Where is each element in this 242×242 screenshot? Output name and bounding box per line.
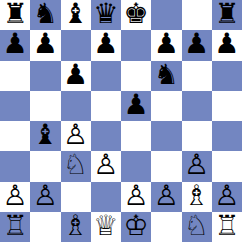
square-e7[interactable] xyxy=(121,30,151,60)
piece-white-king[interactable]: ♔ xyxy=(124,212,149,240)
square-h7[interactable]: ♟ xyxy=(212,30,242,60)
piece-black-pawn[interactable]: ♟ xyxy=(214,30,239,58)
square-c1[interactable]: ♗ xyxy=(61,212,91,242)
square-h6[interactable] xyxy=(212,61,242,91)
square-a8[interactable]: ♜ xyxy=(0,0,30,30)
square-e2[interactable]: ♙ xyxy=(121,182,151,212)
square-a1[interactable]: ♖ xyxy=(0,212,30,242)
piece-white-rook[interactable]: ♖ xyxy=(214,212,239,240)
piece-black-pawn[interactable]: ♟ xyxy=(3,30,28,58)
square-e8[interactable]: ♚ xyxy=(121,0,151,30)
square-b2[interactable]: ♙ xyxy=(30,182,60,212)
square-b4[interactable]: ♝ xyxy=(30,121,60,151)
chess-board: ♜♞♝♛♚♜♟♟♟♟♟♟♟♞♟♝♙♘♙♙♙♙♙♙♗♙♖♗♕♔♘♖ xyxy=(0,0,242,242)
square-d8[interactable]: ♛ xyxy=(91,0,121,30)
piece-black-pawn[interactable]: ♟ xyxy=(124,91,149,119)
piece-white-pawn[interactable]: ♙ xyxy=(3,182,28,210)
square-f1[interactable] xyxy=(151,212,181,242)
square-g3[interactable]: ♙ xyxy=(182,151,212,181)
square-b8[interactable]: ♞ xyxy=(30,0,60,30)
square-f6[interactable]: ♞ xyxy=(151,61,181,91)
piece-black-knight[interactable]: ♞ xyxy=(154,61,179,89)
piece-white-pawn[interactable]: ♙ xyxy=(184,151,209,179)
piece-black-pawn[interactable]: ♟ xyxy=(184,30,209,58)
piece-black-bishop[interactable]: ♝ xyxy=(63,0,88,28)
square-c4[interactable]: ♙ xyxy=(61,121,91,151)
square-f8[interactable] xyxy=(151,0,181,30)
square-g4[interactable] xyxy=(182,121,212,151)
piece-black-pawn[interactable]: ♟ xyxy=(63,61,88,89)
square-d1[interactable]: ♕ xyxy=(91,212,121,242)
square-c6[interactable]: ♟ xyxy=(61,61,91,91)
square-f4[interactable] xyxy=(151,121,181,151)
square-d4[interactable] xyxy=(91,121,121,151)
square-d2[interactable] xyxy=(91,182,121,212)
square-e3[interactable] xyxy=(121,151,151,181)
square-b1[interactable] xyxy=(30,212,60,242)
piece-white-bishop[interactable]: ♗ xyxy=(184,182,209,210)
chess-board-container: ♜♞♝♛♚♜♟♟♟♟♟♟♟♞♟♝♙♘♙♙♙♙♙♙♗♙♖♗♕♔♘♖ xyxy=(0,0,242,242)
piece-black-knight[interactable]: ♞ xyxy=(33,0,58,28)
square-g5[interactable] xyxy=(182,91,212,121)
piece-white-pawn[interactable]: ♙ xyxy=(214,182,239,210)
square-f2[interactable]: ♙ xyxy=(151,182,181,212)
piece-white-knight[interactable]: ♘ xyxy=(63,151,88,179)
piece-white-pawn[interactable]: ♙ xyxy=(33,182,58,210)
square-a3[interactable] xyxy=(0,151,30,181)
square-h4[interactable] xyxy=(212,121,242,151)
square-g2[interactable]: ♗ xyxy=(182,182,212,212)
piece-white-queen[interactable]: ♕ xyxy=(93,212,118,240)
square-d3[interactable]: ♙ xyxy=(91,151,121,181)
piece-black-pawn[interactable]: ♟ xyxy=(93,30,118,58)
piece-white-pawn[interactable]: ♙ xyxy=(63,121,88,149)
square-h3[interactable] xyxy=(212,151,242,181)
square-e5[interactable]: ♟ xyxy=(121,91,151,121)
square-e6[interactable] xyxy=(121,61,151,91)
square-c2[interactable] xyxy=(61,182,91,212)
square-d6[interactable] xyxy=(91,61,121,91)
square-f7[interactable]: ♟ xyxy=(151,30,181,60)
piece-white-pawn[interactable]: ♙ xyxy=(124,182,149,210)
square-a4[interactable] xyxy=(0,121,30,151)
square-d5[interactable] xyxy=(91,91,121,121)
piece-white-pawn[interactable]: ♙ xyxy=(93,151,118,179)
piece-black-king[interactable]: ♚ xyxy=(124,0,149,28)
square-b6[interactable] xyxy=(30,61,60,91)
square-b3[interactable] xyxy=(30,151,60,181)
square-d7[interactable]: ♟ xyxy=(91,30,121,60)
square-c5[interactable] xyxy=(61,91,91,121)
square-f5[interactable] xyxy=(151,91,181,121)
piece-white-knight[interactable]: ♘ xyxy=(184,212,209,240)
square-c8[interactable]: ♝ xyxy=(61,0,91,30)
square-a7[interactable]: ♟ xyxy=(0,30,30,60)
piece-white-rook[interactable]: ♖ xyxy=(3,212,28,240)
piece-black-queen[interactable]: ♛ xyxy=(93,0,118,28)
square-b7[interactable]: ♟ xyxy=(30,30,60,60)
square-e1[interactable]: ♔ xyxy=(121,212,151,242)
square-a2[interactable]: ♙ xyxy=(0,182,30,212)
square-c3[interactable]: ♘ xyxy=(61,151,91,181)
square-h2[interactable]: ♙ xyxy=(212,182,242,212)
square-b5[interactable] xyxy=(30,91,60,121)
square-g6[interactable] xyxy=(182,61,212,91)
square-a5[interactable] xyxy=(0,91,30,121)
square-h8[interactable]: ♜ xyxy=(212,0,242,30)
square-h1[interactable]: ♖ xyxy=(212,212,242,242)
piece-black-bishop[interactable]: ♝ xyxy=(33,121,58,149)
piece-black-pawn[interactable]: ♟ xyxy=(154,30,179,58)
piece-white-bishop[interactable]: ♗ xyxy=(63,212,88,240)
square-g1[interactable]: ♘ xyxy=(182,212,212,242)
square-e4[interactable] xyxy=(121,121,151,151)
square-c7[interactable] xyxy=(61,30,91,60)
square-g8[interactable] xyxy=(182,0,212,30)
square-a6[interactable] xyxy=(0,61,30,91)
piece-black-pawn[interactable]: ♟ xyxy=(33,30,58,58)
square-h5[interactable] xyxy=(212,91,242,121)
piece-black-rook[interactable]: ♜ xyxy=(214,0,239,28)
piece-white-pawn[interactable]: ♙ xyxy=(154,182,179,210)
square-g7[interactable]: ♟ xyxy=(182,30,212,60)
piece-black-rook[interactable]: ♜ xyxy=(3,0,28,28)
square-f3[interactable] xyxy=(151,151,181,181)
